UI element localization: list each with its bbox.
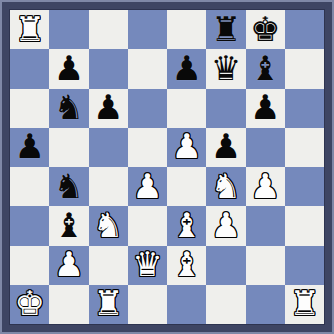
square-h7[interactable] [285, 49, 324, 88]
square-h8[interactable] [285, 10, 324, 49]
square-e2[interactable]: ♝ [167, 246, 206, 285]
square-b2[interactable]: ♟ [49, 246, 88, 285]
square-c8[interactable] [89, 10, 128, 49]
square-c6[interactable]: ♟ [89, 89, 128, 128]
square-a2[interactable] [10, 246, 49, 285]
chess-board: ♜♜♚♟♟♛♝♞♟♟♟♟♟♞♟♞♟♝♞♝♟♟♛♝♚♜♜ [10, 10, 324, 324]
piece-white-pawn[interactable]: ♟ [171, 129, 201, 163]
piece-black-pawn[interactable]: ♟ [54, 51, 84, 85]
square-h5[interactable] [285, 128, 324, 167]
square-g1[interactable] [246, 285, 285, 324]
square-c3[interactable]: ♞ [89, 206, 128, 245]
square-d2[interactable]: ♛ [128, 246, 167, 285]
square-h6[interactable] [285, 89, 324, 128]
square-d6[interactable] [128, 89, 167, 128]
piece-black-bishop[interactable]: ♝ [250, 51, 280, 85]
square-g3[interactable] [246, 206, 285, 245]
square-g5[interactable] [246, 128, 285, 167]
board-frame: ♜♜♚♟♟♛♝♞♟♟♟♟♟♞♟♞♟♝♞♝♟♟♛♝♚♜♜ [0, 0, 334, 334]
square-g6[interactable]: ♟ [246, 89, 285, 128]
piece-black-pawn[interactable]: ♟ [93, 90, 123, 124]
piece-white-bishop[interactable]: ♝ [171, 247, 201, 281]
square-b7[interactable]: ♟ [49, 49, 88, 88]
square-f5[interactable]: ♟ [206, 128, 245, 167]
square-d4[interactable]: ♟ [128, 167, 167, 206]
piece-black-pawn[interactable]: ♟ [211, 129, 241, 163]
square-a3[interactable] [10, 206, 49, 245]
piece-black-pawn[interactable]: ♟ [250, 90, 280, 124]
square-g2[interactable] [246, 246, 285, 285]
square-d3[interactable] [128, 206, 167, 245]
piece-black-pawn[interactable]: ♟ [171, 51, 201, 85]
square-e3[interactable]: ♝ [167, 206, 206, 245]
piece-white-pawn[interactable]: ♟ [132, 169, 162, 203]
square-g8[interactable]: ♚ [246, 10, 285, 49]
square-h2[interactable] [285, 246, 324, 285]
square-a6[interactable] [10, 89, 49, 128]
square-c2[interactable] [89, 246, 128, 285]
square-f8[interactable]: ♜ [206, 10, 245, 49]
square-e8[interactable] [167, 10, 206, 49]
piece-white-rook[interactable]: ♜ [93, 286, 123, 320]
square-a7[interactable] [10, 49, 49, 88]
square-f7[interactable]: ♛ [206, 49, 245, 88]
piece-black-queen[interactable]: ♛ [211, 51, 241, 85]
square-b6[interactable]: ♞ [49, 89, 88, 128]
piece-black-pawn[interactable]: ♟ [14, 129, 44, 163]
piece-black-knight[interactable]: ♞ [54, 169, 84, 203]
square-d8[interactable] [128, 10, 167, 49]
square-c4[interactable] [89, 167, 128, 206]
square-h3[interactable] [285, 206, 324, 245]
square-a8[interactable]: ♜ [10, 10, 49, 49]
square-e4[interactable] [167, 167, 206, 206]
piece-white-rook[interactable]: ♜ [289, 286, 319, 320]
square-d1[interactable] [128, 285, 167, 324]
piece-white-bishop[interactable]: ♝ [171, 208, 201, 242]
square-e5[interactable]: ♟ [167, 128, 206, 167]
piece-black-rook[interactable]: ♜ [211, 12, 241, 46]
square-b3[interactable]: ♝ [49, 206, 88, 245]
square-e1[interactable] [167, 285, 206, 324]
square-f6[interactable] [206, 89, 245, 128]
square-h1[interactable]: ♜ [285, 285, 324, 324]
piece-white-pawn[interactable]: ♟ [211, 208, 241, 242]
square-c1[interactable]: ♜ [89, 285, 128, 324]
square-b8[interactable] [49, 10, 88, 49]
piece-white-knight[interactable]: ♞ [93, 208, 123, 242]
square-a5[interactable]: ♟ [10, 128, 49, 167]
square-d5[interactable] [128, 128, 167, 167]
square-g4[interactable]: ♟ [246, 167, 285, 206]
square-g7[interactable]: ♝ [246, 49, 285, 88]
square-f4[interactable]: ♞ [206, 167, 245, 206]
piece-white-queen[interactable]: ♛ [132, 247, 162, 281]
square-f2[interactable] [206, 246, 245, 285]
square-e7[interactable]: ♟ [167, 49, 206, 88]
piece-white-rook[interactable]: ♜ [14, 12, 44, 46]
piece-white-pawn[interactable]: ♟ [54, 247, 84, 281]
square-b1[interactable] [49, 285, 88, 324]
square-e6[interactable] [167, 89, 206, 128]
square-c7[interactable] [89, 49, 128, 88]
square-f3[interactable]: ♟ [206, 206, 245, 245]
square-d7[interactable] [128, 49, 167, 88]
piece-white-pawn[interactable]: ♟ [250, 169, 280, 203]
square-b5[interactable] [49, 128, 88, 167]
piece-black-knight[interactable]: ♞ [54, 90, 84, 124]
square-b4[interactable]: ♞ [49, 167, 88, 206]
square-h4[interactable] [285, 167, 324, 206]
piece-black-bishop[interactable]: ♝ [54, 208, 84, 242]
square-c5[interactable] [89, 128, 128, 167]
square-a1[interactable]: ♚ [10, 285, 49, 324]
piece-white-king[interactable]: ♚ [14, 286, 44, 320]
piece-white-knight[interactable]: ♞ [211, 169, 241, 203]
square-a4[interactable] [10, 167, 49, 206]
square-f1[interactable] [206, 285, 245, 324]
piece-black-king[interactable]: ♚ [250, 12, 280, 46]
